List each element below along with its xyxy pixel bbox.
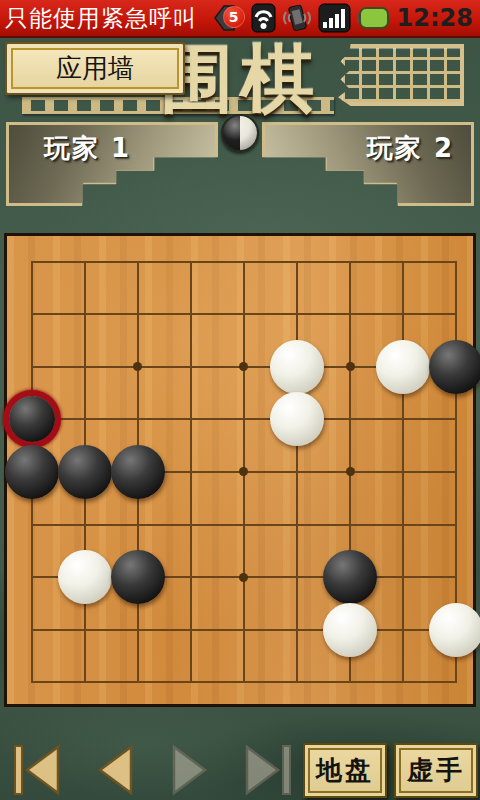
go-board[interactable] (4, 233, 476, 707)
star-point (239, 573, 248, 582)
star-point (239, 362, 248, 371)
player1-name: 玩家 1 (44, 131, 131, 166)
black-stone (5, 445, 59, 499)
notification-badge-icon: 5 (214, 3, 246, 33)
black-stone (323, 550, 377, 604)
white-stone (323, 603, 377, 657)
go-board-grid[interactable] (7, 236, 473, 704)
previous-move-icon (86, 744, 142, 796)
emergency-calls-text: 只能使用紧急呼叫 (0, 3, 197, 34)
white-stone (58, 550, 112, 604)
black-stone (111, 550, 165, 604)
pass-button[interactable]: 虚手 (394, 743, 478, 798)
player2-banner: 玩家 2 (262, 122, 474, 206)
turn-indicator-stone (221, 114, 259, 152)
grid-line (31, 681, 458, 683)
first-move-icon (9, 744, 65, 796)
grid-line (31, 524, 458, 526)
star-point (133, 362, 142, 371)
last-move-icon (240, 744, 296, 796)
notification-count: 5 (223, 6, 245, 28)
grid-line (296, 261, 298, 684)
app-wall-button[interactable]: 应用墙 (5, 42, 185, 95)
bottom-toolbar: 地盘 虚手 (0, 707, 480, 800)
black-stone-last-move (9, 396, 55, 442)
territory-button[interactable]: 地盘 (303, 743, 387, 798)
star-point (346, 362, 355, 371)
vibrate-icon (281, 3, 313, 33)
game-header: 围棋 应用墙 玩家 1 玩家 2 (0, 38, 480, 225)
battery-icon (356, 6, 389, 30)
move-navigation (8, 744, 297, 798)
next-move-button[interactable] (162, 744, 220, 798)
white-stone (270, 392, 324, 446)
white-stone (270, 340, 324, 394)
screen: 只能使用紧急呼叫 5 (0, 0, 480, 800)
black-stone (429, 340, 480, 394)
last-move-button[interactable] (239, 744, 297, 798)
player2-name: 玩家 2 (367, 131, 454, 166)
grid-line (31, 629, 458, 631)
white-stone (429, 603, 480, 657)
white-stone (376, 340, 430, 394)
grid-line (402, 261, 404, 684)
next-move-icon (163, 744, 219, 796)
star-point (239, 467, 248, 476)
first-move-button[interactable] (8, 744, 66, 798)
black-stone (111, 445, 165, 499)
clock: 12:28 (394, 4, 476, 32)
wifi-icon (251, 3, 276, 33)
status-icons: 5 (214, 0, 476, 36)
signal-bars-icon (318, 3, 351, 33)
player1-banner: 玩家 1 (6, 122, 218, 206)
previous-move-button[interactable] (85, 744, 143, 798)
status-bar: 只能使用紧急呼叫 5 (0, 0, 480, 38)
star-point (346, 467, 355, 476)
black-stone (58, 445, 112, 499)
